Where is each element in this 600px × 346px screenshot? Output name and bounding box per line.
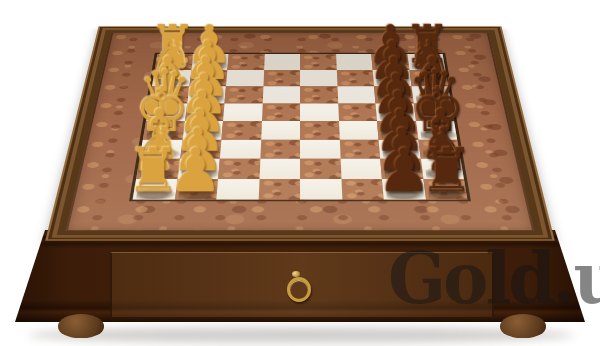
chess-board: ♜♟♟♜♞♟♟♞♝♟♟♝♛♟♟♛♚♟♟♚♝♟♟♝♞♟♟♞♜♟♟♜ <box>45 26 555 240</box>
board-field: ♜♟♟♜♞♟♟♞♝♟♟♝♛♟♟♛♚♟♟♚♝♟♟♝♞♟♟♞♜♟♟♜ <box>129 53 471 201</box>
square[interactable] <box>259 159 300 179</box>
square[interactable] <box>261 121 300 139</box>
square[interactable] <box>300 86 338 103</box>
square[interactable] <box>300 139 340 158</box>
square[interactable] <box>300 54 336 70</box>
square[interactable]: ♜ <box>423 179 468 200</box>
chess-set-photo: ♜♟♟♜♞♟♟♞♝♟♟♝♛♟♟♛♚♟♟♚♝♟♟♝♞♟♟♞♜♟♟♜ Gold.ua <box>0 0 600 346</box>
bun-foot-left <box>58 314 104 338</box>
watermark: Gold.ua <box>388 236 600 319</box>
square[interactable] <box>262 86 300 103</box>
ring-pull-icon[interactable] <box>287 277 311 302</box>
square[interactable] <box>258 179 300 200</box>
ground-shadow <box>28 327 574 343</box>
square[interactable] <box>300 103 339 121</box>
square[interactable] <box>300 70 337 86</box>
square[interactable] <box>300 179 342 200</box>
square[interactable] <box>262 103 301 121</box>
chess-piece[interactable]: ♟ <box>168 141 223 199</box>
burl-border: ♜♟♟♜♞♟♟♞♝♟♟♝♛♟♟♛♚♟♟♚♝♟♟♝♞♟♟♞♜♟♟♜ <box>66 32 535 231</box>
square[interactable] <box>260 139 300 158</box>
square[interactable] <box>300 159 341 179</box>
square[interactable] <box>264 54 300 70</box>
square[interactable] <box>300 121 339 139</box>
square[interactable] <box>263 70 300 86</box>
square[interactable]: ♟ <box>174 179 218 200</box>
chess-piece[interactable]: ♜ <box>419 141 474 199</box>
